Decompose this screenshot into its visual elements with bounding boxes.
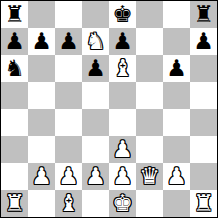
square-d5[interactable] [82,82,109,109]
square-a6[interactable]: ♞ [1,55,28,82]
square-c6[interactable] [55,55,82,82]
square-a5[interactable] [1,82,28,109]
piece-black-knight: ♞ [4,55,25,82]
square-c5[interactable] [55,82,82,109]
piece-black-pawn: ♟ [193,28,214,55]
square-e7[interactable]: ♟ [109,28,136,55]
square-e2[interactable]: ♟ [109,163,136,190]
piece-black-pawn: ♟ [85,55,106,82]
square-h2[interactable] [190,163,217,190]
square-g6[interactable]: ♟ [163,55,190,82]
square-e1[interactable]: ♚ [109,190,136,217]
square-h8[interactable]: ♜ [190,1,217,28]
square-f7[interactable] [136,28,163,55]
square-b4[interactable] [28,109,55,136]
square-h1[interactable]: ♜ [190,190,217,217]
square-f5[interactable] [136,82,163,109]
square-g1[interactable] [163,190,190,217]
piece-white-bishop: ♝ [58,190,79,217]
square-d7[interactable]: ♞ [82,28,109,55]
square-c4[interactable] [55,109,82,136]
piece-black-rook: ♜ [4,1,25,28]
square-h6[interactable] [190,55,217,82]
square-e5[interactable] [109,82,136,109]
square-g4[interactable] [163,109,190,136]
square-a2[interactable] [1,163,28,190]
square-b3[interactable] [28,136,55,163]
square-b6[interactable] [28,55,55,82]
square-d6[interactable]: ♟ [82,55,109,82]
square-b5[interactable] [28,82,55,109]
square-a7[interactable]: ♟ [1,28,28,55]
piece-white-pawn: ♟ [58,163,79,190]
square-f2[interactable]: ♛ [136,163,163,190]
piece-white-bishop: ♝ [112,55,133,82]
square-f3[interactable] [136,136,163,163]
square-h3[interactable] [190,136,217,163]
piece-white-pawn: ♟ [112,136,133,163]
square-h7[interactable]: ♟ [190,28,217,55]
piece-white-knight: ♞ [85,28,106,55]
square-c2[interactable]: ♟ [55,163,82,190]
square-g5[interactable] [163,82,190,109]
square-e8[interactable]: ♚ [109,1,136,28]
square-c1[interactable]: ♝ [55,190,82,217]
piece-black-pawn: ♟ [31,28,52,55]
square-b7[interactable]: ♟ [28,28,55,55]
square-b8[interactable] [28,1,55,28]
piece-black-pawn: ♟ [166,55,187,82]
square-c3[interactable] [55,136,82,163]
square-a1[interactable]: ♜ [1,190,28,217]
square-c7[interactable]: ♟ [55,28,82,55]
square-d4[interactable] [82,109,109,136]
square-e4[interactable] [109,109,136,136]
square-b2[interactable]: ♟ [28,163,55,190]
square-f8[interactable] [136,1,163,28]
square-g7[interactable] [163,28,190,55]
piece-white-queen: ♛ [139,163,160,190]
square-e3[interactable]: ♟ [109,136,136,163]
square-f1[interactable] [136,190,163,217]
square-g3[interactable] [163,136,190,163]
square-h5[interactable] [190,82,217,109]
piece-black-pawn: ♟ [58,28,79,55]
piece-black-rook: ♜ [193,1,214,28]
square-d1[interactable] [82,190,109,217]
piece-black-pawn: ♟ [112,28,133,55]
square-c8[interactable] [55,1,82,28]
square-e6[interactable]: ♝ [109,55,136,82]
square-d3[interactable] [82,136,109,163]
piece-white-pawn: ♟ [85,163,106,190]
square-h4[interactable] [190,109,217,136]
square-d2[interactable]: ♟ [82,163,109,190]
square-g8[interactable] [163,1,190,28]
square-a3[interactable] [1,136,28,163]
piece-white-rook: ♜ [193,190,214,217]
piece-white-rook: ♜ [4,190,25,217]
square-f6[interactable] [136,55,163,82]
square-b1[interactable] [28,190,55,217]
square-a8[interactable]: ♜ [1,1,28,28]
piece-white-pawn: ♟ [112,163,133,190]
piece-white-pawn: ♟ [31,163,52,190]
piece-white-king: ♚ [112,190,133,217]
square-d8[interactable] [82,1,109,28]
piece-black-king: ♚ [112,1,133,28]
chess-board: ♜♚♜♟♟♟♞♟♟♞♟♝♟♟♟♟♟♟♛♟♜♝♚♜ [0,0,218,218]
piece-black-pawn: ♟ [4,28,25,55]
square-g2[interactable]: ♟ [163,163,190,190]
piece-white-pawn: ♟ [166,163,187,190]
square-f4[interactable] [136,109,163,136]
square-a4[interactable] [1,109,28,136]
